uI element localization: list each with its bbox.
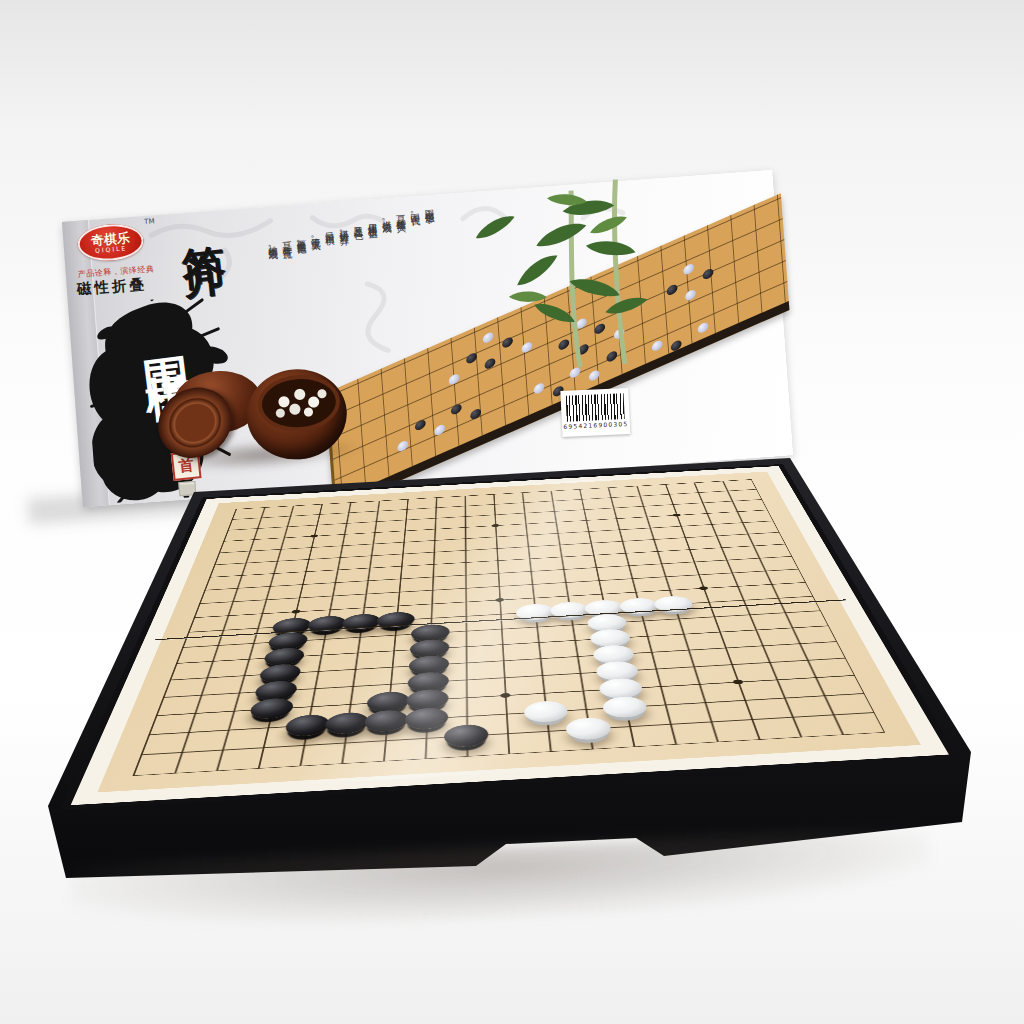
star-point [292,610,301,614]
star-point [673,514,682,517]
black-stone [284,714,331,737]
star-point [699,586,709,590]
board-grid [132,479,885,776]
white-stone [602,696,649,719]
star-point [733,680,745,685]
star-point [496,598,505,602]
white-stone [523,700,568,723]
star-point [310,534,318,537]
black-stone [404,707,448,730]
black-stone [324,711,370,734]
black-stone [364,709,409,732]
product-photo-scene: 奇棋乐 QIQILE TM 产品诠释，演绎经典 磁性折叠 简介 围棋起源于中国古… [0,0,1024,1024]
star-point [501,693,511,698]
star-point [492,524,500,527]
white-stone [565,717,613,741]
black-stone [248,697,295,719]
black-stone [444,724,489,748]
